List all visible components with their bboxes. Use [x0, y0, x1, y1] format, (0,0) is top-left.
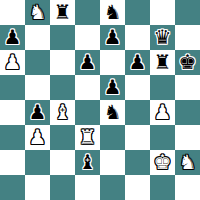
square-a7[interactable]: ♟ — [0, 25, 25, 50]
white-knight-b8[interactable]: ♞ — [29, 0, 47, 25]
square-b5[interactable] — [25, 75, 50, 100]
square-f8[interactable] — [125, 0, 150, 25]
square-a8[interactable] — [0, 0, 25, 25]
square-c8[interactable]: ♜ — [50, 0, 75, 25]
square-e6[interactable] — [100, 50, 125, 75]
square-d3[interactable]: ♜ — [75, 125, 100, 150]
square-g6[interactable]: ♜ — [150, 50, 175, 75]
square-f3[interactable] — [125, 125, 150, 150]
square-h7[interactable] — [175, 25, 200, 50]
square-c4[interactable]: ♝ — [50, 100, 75, 125]
square-b1[interactable] — [25, 175, 50, 200]
square-e7[interactable]: ♟ — [100, 25, 125, 50]
black-pawn-e5[interactable]: ♟ — [104, 75, 122, 100]
square-d8[interactable] — [75, 0, 100, 25]
square-e1[interactable] — [100, 175, 125, 200]
square-g7[interactable]: ♛ — [150, 25, 175, 50]
white-bishop-c4[interactable]: ♝ — [54, 100, 72, 125]
black-rook-c8[interactable]: ♜ — [54, 0, 72, 25]
square-e3[interactable] — [100, 125, 125, 150]
square-d7[interactable] — [75, 25, 100, 50]
square-d4[interactable] — [75, 100, 100, 125]
black-bishop-d2[interactable]: ♝ — [79, 150, 97, 175]
square-d2[interactable]: ♝ — [75, 150, 100, 175]
square-c7[interactable] — [50, 25, 75, 50]
white-knight-h2[interactable]: ♞ — [179, 150, 197, 175]
square-f5[interactable] — [125, 75, 150, 100]
black-rook-g6[interactable]: ♜ — [154, 50, 172, 75]
square-b7[interactable] — [25, 25, 50, 50]
black-queen-g7[interactable]: ♛ — [154, 25, 172, 50]
square-g2[interactable]: ♚ — [150, 150, 175, 175]
square-h2[interactable]: ♞ — [175, 150, 200, 175]
black-knight-e4[interactable]: ♞ — [104, 100, 122, 125]
square-d5[interactable] — [75, 75, 100, 100]
square-h3[interactable] — [175, 125, 200, 150]
square-g8[interactable] — [150, 0, 175, 25]
white-pawn-b3[interactable]: ♟ — [29, 125, 47, 150]
black-king-h6[interactable]: ♚ — [179, 50, 197, 75]
square-g3[interactable] — [150, 125, 175, 150]
square-h5[interactable] — [175, 75, 200, 100]
square-f1[interactable] — [125, 175, 150, 200]
black-pawn-b4[interactable]: ♟ — [29, 100, 47, 125]
square-c2[interactable] — [50, 150, 75, 175]
chess-board: ♞♜♞♟♟♛♟♟♟♜♚♟♟♝♞♟♟♜♝♚♞ — [0, 0, 200, 200]
square-b2[interactable] — [25, 150, 50, 175]
square-e5[interactable]: ♟ — [100, 75, 125, 100]
square-a3[interactable] — [0, 125, 25, 150]
square-f7[interactable] — [125, 25, 150, 50]
square-h4[interactable] — [175, 100, 200, 125]
square-h8[interactable] — [175, 0, 200, 25]
white-rook-d3[interactable]: ♜ — [79, 125, 97, 150]
square-d6[interactable]: ♟ — [75, 50, 100, 75]
black-pawn-a7[interactable]: ♟ — [4, 25, 22, 50]
square-c6[interactable] — [50, 50, 75, 75]
black-pawn-f6[interactable]: ♟ — [129, 50, 147, 75]
square-c1[interactable] — [50, 175, 75, 200]
square-a1[interactable] — [0, 175, 25, 200]
square-a6[interactable]: ♟ — [0, 50, 25, 75]
square-d1[interactable] — [75, 175, 100, 200]
square-g1[interactable] — [150, 175, 175, 200]
square-e4[interactable]: ♞ — [100, 100, 125, 125]
square-b4[interactable]: ♟ — [25, 100, 50, 125]
square-g5[interactable] — [150, 75, 175, 100]
square-f6[interactable]: ♟ — [125, 50, 150, 75]
square-e2[interactable] — [100, 150, 125, 175]
square-f4[interactable] — [125, 100, 150, 125]
black-knight-e8[interactable]: ♞ — [104, 0, 122, 25]
square-b8[interactable]: ♞ — [25, 0, 50, 25]
square-a2[interactable] — [0, 150, 25, 175]
square-f2[interactable] — [125, 150, 150, 175]
square-h6[interactable]: ♚ — [175, 50, 200, 75]
square-c3[interactable] — [50, 125, 75, 150]
square-e8[interactable]: ♞ — [100, 0, 125, 25]
white-pawn-a6[interactable]: ♟ — [4, 50, 22, 75]
square-a4[interactable] — [0, 100, 25, 125]
square-h1[interactable] — [175, 175, 200, 200]
square-b3[interactable]: ♟ — [25, 125, 50, 150]
square-g4[interactable]: ♟ — [150, 100, 175, 125]
square-b6[interactable] — [25, 50, 50, 75]
white-king-g2[interactable]: ♚ — [154, 150, 172, 175]
white-pawn-g4[interactable]: ♟ — [154, 100, 172, 125]
square-a5[interactable] — [0, 75, 25, 100]
black-pawn-e7[interactable]: ♟ — [104, 25, 122, 50]
square-c5[interactable] — [50, 75, 75, 100]
black-pawn-d6[interactable]: ♟ — [79, 50, 97, 75]
